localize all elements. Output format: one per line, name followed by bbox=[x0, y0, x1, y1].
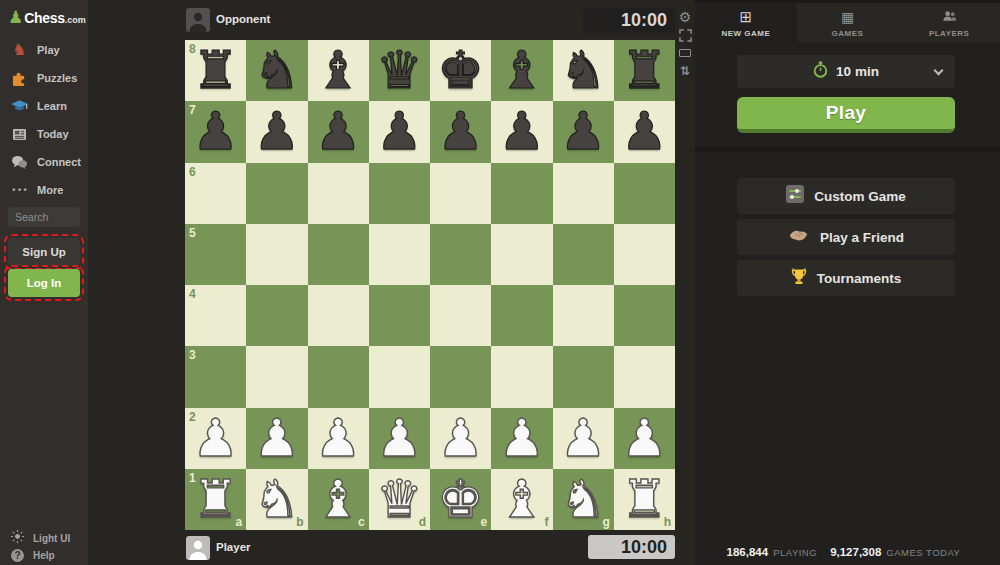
square-a7[interactable]: 7♟ bbox=[185, 101, 246, 162]
square-e7[interactable]: ♟ bbox=[430, 101, 491, 162]
piece-black-pawn[interactable]: ♟ bbox=[369, 101, 430, 161]
piece-white-pawn[interactable]: ♟ bbox=[614, 408, 675, 468]
square-b6[interactable] bbox=[246, 163, 307, 224]
square-h3[interactable] bbox=[614, 346, 675, 407]
piece-black-knight[interactable]: ♞ bbox=[553, 40, 614, 100]
sidebar-item-today[interactable]: Today bbox=[0, 120, 88, 148]
tab-label: NEW GAME bbox=[721, 29, 770, 38]
sidebar-item-play[interactable]: ♞ Play bbox=[0, 36, 88, 64]
square-e5[interactable] bbox=[430, 224, 491, 285]
sidebar: ♟ Chess .com ♞ Play Puzzles Learn bbox=[0, 0, 88, 565]
square-g7[interactable]: ♟ bbox=[553, 101, 614, 162]
chevron-down-icon bbox=[934, 66, 944, 76]
square-a3[interactable]: 3 bbox=[185, 346, 246, 407]
sidebar-item-learn[interactable]: Learn bbox=[0, 92, 88, 120]
opponent-avatar bbox=[186, 8, 210, 32]
logo-brand: Chess bbox=[24, 10, 65, 26]
time-control-value: 10 min bbox=[836, 64, 879, 79]
square-d1[interactable]: d♛ bbox=[369, 469, 430, 530]
square-b4[interactable] bbox=[246, 285, 307, 346]
piece-white-bishop[interactable]: ♝ bbox=[491, 469, 552, 529]
square-d6[interactable] bbox=[369, 163, 430, 224]
tab-games[interactable]: GAMES bbox=[797, 3, 899, 42]
trophy-icon bbox=[791, 267, 807, 289]
square-g3[interactable] bbox=[553, 346, 614, 407]
square-b3[interactable] bbox=[246, 346, 307, 407]
player-bar: Player 10:00 bbox=[185, 530, 675, 565]
square-e6[interactable] bbox=[430, 163, 491, 224]
question-circle-icon bbox=[11, 549, 24, 562]
square-a1[interactable]: 1a♜ bbox=[185, 469, 246, 530]
file-label: h bbox=[664, 515, 671, 529]
square-e8[interactable]: ♚ bbox=[430, 40, 491, 101]
button-label: Play a Friend bbox=[820, 230, 904, 245]
tab-new-game[interactable]: NEW GAME bbox=[695, 3, 797, 42]
new-game-panel: NEW GAME GAMES PLAYERS 10 min Play bbox=[695, 0, 1000, 565]
rank-label: 5 bbox=[189, 226, 196, 240]
sidebar-item-label: Puzzles bbox=[37, 72, 77, 84]
rank-label: 1 bbox=[189, 471, 196, 485]
file-label: e bbox=[481, 515, 488, 529]
players-icon bbox=[942, 8, 957, 26]
chat-bubbles-icon bbox=[11, 155, 28, 169]
playing-count: 186,844 bbox=[727, 546, 769, 558]
piece-black-king[interactable]: ♚ bbox=[430, 40, 491, 100]
piece-black-pawn[interactable]: ♟ bbox=[308, 101, 369, 161]
square-f2[interactable]: ♟ bbox=[491, 408, 552, 469]
footer-item-label: Light UI bbox=[33, 533, 70, 544]
square-h5[interactable] bbox=[614, 224, 675, 285]
file-label: c bbox=[358, 515, 365, 529]
square-h6[interactable] bbox=[614, 163, 675, 224]
piece-black-pawn[interactable]: ♟ bbox=[614, 101, 675, 161]
piece-black-knight[interactable]: ♞ bbox=[246, 40, 307, 100]
piece-white-pawn[interactable]: ♟ bbox=[369, 408, 430, 468]
panel-divider bbox=[695, 147, 1000, 152]
site-stats: 186,844 PLAYING 9,127,308 GAMES TODAY bbox=[695, 546, 1000, 558]
square-g2[interactable]: ♟ bbox=[553, 408, 614, 469]
sidebar-item-label: Play bbox=[37, 44, 60, 56]
chess-board: 8♜♞♝♛♚♝♞♜7♟♟♟♟♟♟♟♟65432♟♟♟♟♟♟♟♟1a♜b♞c♝d♛… bbox=[185, 40, 675, 530]
log-in-button[interactable]: Log In bbox=[8, 269, 80, 297]
square-f3[interactable] bbox=[491, 346, 552, 407]
player-avatar bbox=[186, 536, 210, 560]
player-name: Player bbox=[216, 541, 251, 553]
newspaper-icon bbox=[11, 128, 28, 141]
square-c6[interactable] bbox=[308, 163, 369, 224]
sidebar-item-connect[interactable]: Connect bbox=[0, 148, 88, 176]
piece-white-pawn[interactable]: ♟ bbox=[553, 408, 614, 468]
square-d3[interactable] bbox=[369, 346, 430, 407]
panel-tabs: NEW GAME GAMES PLAYERS bbox=[695, 0, 1000, 42]
plus-square-icon bbox=[740, 8, 753, 26]
square-f8[interactable]: ♝ bbox=[491, 40, 552, 101]
square-c1[interactable]: c♝ bbox=[308, 469, 369, 530]
light-ui-toggle[interactable]: Light UI bbox=[0, 530, 88, 546]
search-box bbox=[8, 207, 80, 227]
tab-label: GAMES bbox=[832, 29, 864, 38]
help-link[interactable]: Help bbox=[0, 547, 88, 563]
sidebar-item-label: More bbox=[37, 184, 63, 196]
square-h8[interactable]: ♜ bbox=[614, 40, 675, 101]
square-h1[interactable]: h♜ bbox=[614, 469, 675, 530]
theater-mode-icon[interactable] bbox=[679, 46, 691, 60]
custom-game-button[interactable]: Custom Game bbox=[737, 178, 955, 214]
square-c8[interactable]: ♝ bbox=[308, 40, 369, 101]
flip-board-icon[interactable] bbox=[680, 64, 690, 78]
games-label: GAMES TODAY bbox=[886, 547, 960, 558]
sidebar-item-more[interactable]: More bbox=[0, 176, 88, 204]
square-g8[interactable]: ♞ bbox=[553, 40, 614, 101]
rank-label: 7 bbox=[189, 103, 196, 117]
opponent-bar: Opponent 10:00 bbox=[185, 0, 675, 40]
square-e4[interactable] bbox=[430, 285, 491, 346]
sun-icon bbox=[11, 529, 24, 547]
square-g5[interactable] bbox=[553, 224, 614, 285]
piece-black-pawn[interactable]: ♟ bbox=[246, 101, 307, 161]
puzzle-icon bbox=[11, 71, 28, 86]
knight-icon: ♞ bbox=[11, 42, 28, 58]
piece-white-pawn[interactable]: ♟ bbox=[246, 408, 307, 468]
handshake-icon bbox=[788, 228, 810, 247]
rank-label: 2 bbox=[189, 410, 196, 424]
piece-black-queen[interactable]: ♛ bbox=[369, 40, 430, 100]
square-e1[interactable]: e♚ bbox=[430, 469, 491, 530]
piece-white-pawn[interactable]: ♟ bbox=[308, 408, 369, 468]
square-f5[interactable] bbox=[491, 224, 552, 285]
square-a4[interactable]: 4 bbox=[185, 285, 246, 346]
playing-label: PLAYING bbox=[773, 547, 817, 558]
games-count: 9,127,308 bbox=[830, 546, 881, 558]
square-f4[interactable] bbox=[491, 285, 552, 346]
board-controls bbox=[677, 10, 693, 78]
opponent-name: Opponent bbox=[216, 13, 270, 25]
play-a-friend-button[interactable]: Play a Friend bbox=[737, 219, 955, 255]
square-b8[interactable]: ♞ bbox=[246, 40, 307, 101]
square-h2[interactable]: ♟ bbox=[614, 408, 675, 469]
square-a5[interactable]: 5 bbox=[185, 224, 246, 285]
piece-black-bishop[interactable]: ♝ bbox=[308, 40, 369, 100]
square-c4[interactable] bbox=[308, 285, 369, 346]
square-a6[interactable]: 6 bbox=[185, 163, 246, 224]
rank-label: 3 bbox=[189, 348, 196, 362]
square-c2[interactable]: ♟ bbox=[308, 408, 369, 469]
sidebar-item-puzzles[interactable]: Puzzles bbox=[0, 64, 88, 92]
square-d8[interactable]: ♛ bbox=[369, 40, 430, 101]
file-label: a bbox=[236, 515, 243, 529]
square-f1[interactable]: f♝ bbox=[491, 469, 552, 530]
square-h4[interactable] bbox=[614, 285, 675, 346]
file-label: b bbox=[296, 515, 303, 529]
rank-label: 6 bbox=[189, 165, 196, 179]
pawn-logo-icon: ♟ bbox=[8, 9, 23, 26]
square-b2[interactable]: ♟ bbox=[246, 408, 307, 469]
square-b1[interactable]: b♞ bbox=[246, 469, 307, 530]
button-label: Tournaments bbox=[817, 271, 902, 286]
checkerboard-icon bbox=[841, 8, 854, 26]
rank-label: 8 bbox=[189, 42, 196, 56]
square-f6[interactable] bbox=[491, 163, 552, 224]
sidebar-item-label: Connect bbox=[37, 156, 81, 168]
square-h7[interactable]: ♟ bbox=[614, 101, 675, 162]
sliders-icon bbox=[786, 185, 804, 207]
piece-white-pawn[interactable]: ♟ bbox=[491, 408, 552, 468]
file-label: d bbox=[419, 515, 426, 529]
sidebar-item-label: Today bbox=[37, 128, 69, 140]
square-d4[interactable] bbox=[369, 285, 430, 346]
piece-black-pawn[interactable]: ♟ bbox=[430, 101, 491, 161]
square-d5[interactable] bbox=[369, 224, 430, 285]
square-g1[interactable]: g♞ bbox=[553, 469, 614, 530]
settings-gear-icon[interactable] bbox=[679, 10, 692, 24]
square-e3[interactable] bbox=[430, 346, 491, 407]
piece-black-pawn[interactable]: ♟ bbox=[491, 101, 552, 161]
sidebar-menu: ♞ Play Puzzles Learn Today bbox=[0, 36, 88, 204]
stopwatch-icon bbox=[813, 61, 828, 82]
square-c7[interactable]: ♟ bbox=[308, 101, 369, 162]
graduation-cap-icon bbox=[11, 100, 28, 112]
sign-up-button[interactable]: Sign Up bbox=[8, 238, 80, 266]
time-control-dropdown[interactable]: 10 min bbox=[737, 55, 955, 88]
file-label: f bbox=[545, 515, 549, 529]
button-label: Custom Game bbox=[814, 189, 906, 204]
file-label: g bbox=[602, 515, 609, 529]
player-clock: 10:00 bbox=[588, 535, 675, 559]
square-f7[interactable]: ♟ bbox=[491, 101, 552, 162]
fullscreen-icon[interactable] bbox=[679, 28, 692, 42]
square-g4[interactable] bbox=[553, 285, 614, 346]
chesscom-logo[interactable]: ♟ Chess .com bbox=[8, 9, 86, 26]
square-d7[interactable]: ♟ bbox=[369, 101, 430, 162]
rank-label: 4 bbox=[189, 287, 196, 301]
square-c3[interactable] bbox=[308, 346, 369, 407]
piece-black-rook[interactable]: ♜ bbox=[614, 40, 675, 100]
search-input[interactable] bbox=[8, 207, 80, 227]
ellipsis-icon bbox=[11, 185, 28, 195]
square-d2[interactable]: ♟ bbox=[369, 408, 430, 469]
square-b5[interactable] bbox=[246, 224, 307, 285]
play-button[interactable]: Play bbox=[737, 97, 955, 133]
footer-item-label: Help bbox=[33, 550, 55, 561]
opponent-clock: 10:00 bbox=[583, 8, 675, 33]
logo-tld: .com bbox=[65, 15, 86, 25]
square-b7[interactable]: ♟ bbox=[246, 101, 307, 162]
chesscom-app: ♟ Chess .com ♞ Play Puzzles Learn bbox=[0, 0, 1000, 565]
piece-black-bishop[interactable]: ♝ bbox=[491, 40, 552, 100]
square-e2[interactable]: ♟ bbox=[430, 408, 491, 469]
tab-players[interactable]: PLAYERS bbox=[898, 3, 1000, 42]
piece-white-pawn[interactable]: ♟ bbox=[430, 408, 491, 468]
board-column: Opponent 10:00 8♜♞♝♛♚♝♞♜7♟♟♟♟♟♟♟♟65432♟♟… bbox=[185, 0, 675, 565]
piece-black-pawn[interactable]: ♟ bbox=[553, 101, 614, 161]
tournaments-button[interactable]: Tournaments bbox=[737, 260, 955, 296]
tab-label: PLAYERS bbox=[929, 29, 970, 38]
square-c5[interactable] bbox=[308, 224, 369, 285]
square-a8[interactable]: 8♜ bbox=[185, 40, 246, 101]
square-a2[interactable]: 2♟ bbox=[185, 408, 246, 469]
sidebar-item-label: Learn bbox=[37, 100, 67, 112]
square-g6[interactable] bbox=[553, 163, 614, 224]
